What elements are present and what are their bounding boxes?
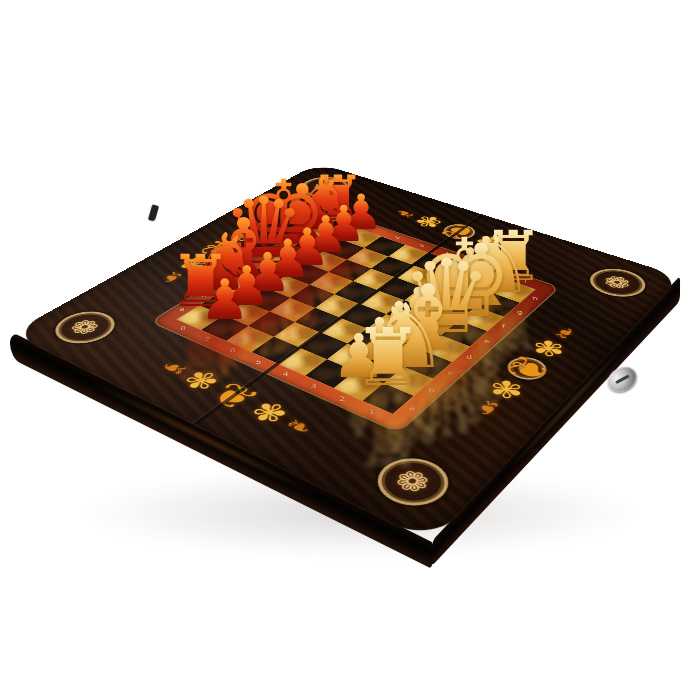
- piece-black-pawn-a7[interactable]: ♟♟: [200, 272, 250, 328]
- rosette-flower-icon: ❁: [598, 272, 638, 292]
- corner-rosette-a8: ❁: [43, 306, 127, 350]
- white-rook-glyph: ♜: [353, 319, 424, 399]
- piece-white-rook-a1[interactable]: ♜♜: [353, 319, 424, 399]
- clasp-slot: [615, 375, 630, 385]
- black-pawn-glyph: ♟: [200, 272, 250, 328]
- piece-reflection: ♟: [200, 327, 250, 383]
- lid-hook-latch: [148, 204, 159, 221]
- rank-label-3-left: 3: [307, 383, 320, 390]
- rosette-flower-icon: ❁: [63, 316, 107, 339]
- corner-rosette-h1: ❁: [581, 263, 654, 302]
- piece-reflection: ♜: [353, 397, 424, 477]
- product-photo-stage: ❁❁❁❁❁❁☙✾❦✾❧☙✾❦✾❧☙✾❦✾❧☙✾❦✾❧ aabbccddeeffg…: [0, 0, 700, 700]
